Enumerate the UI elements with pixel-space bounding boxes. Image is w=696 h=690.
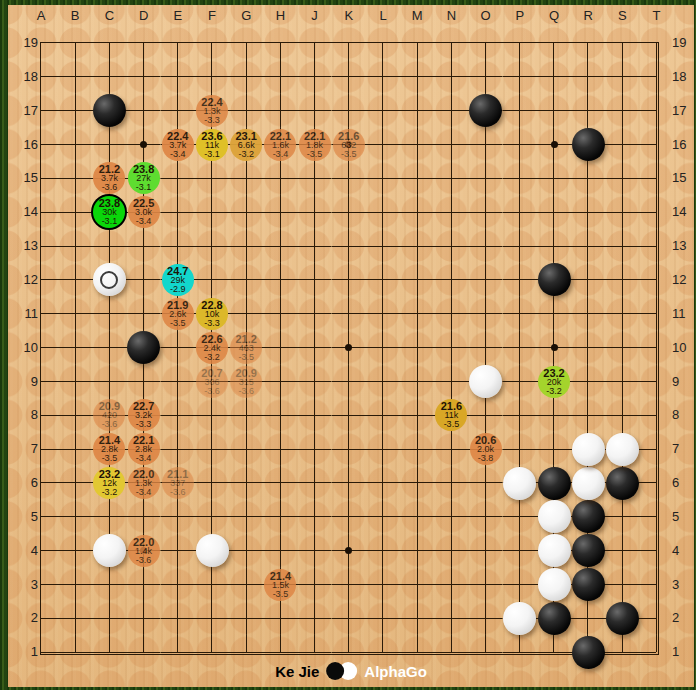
intersection-Q15[interactable] — [537, 161, 571, 195]
intersection-C9[interactable] — [92, 365, 126, 399]
analysis-move-D14[interactable]: 22.53.0k-3.4 — [128, 196, 160, 228]
intersection-H10[interactable] — [263, 331, 297, 365]
intersection-M2[interactable] — [400, 601, 434, 635]
intersection-C11[interactable] — [92, 297, 126, 331]
intersection-F19[interactable] — [195, 26, 229, 60]
intersection-L18[interactable] — [366, 60, 400, 94]
intersection-D19[interactable] — [126, 26, 160, 60]
intersection-R15[interactable] — [571, 161, 605, 195]
intersection-K2[interactable] — [332, 601, 366, 635]
intersection-R2[interactable] — [571, 601, 605, 635]
intersection-E1[interactable] — [161, 635, 195, 669]
intersection-K6[interactable] — [332, 466, 366, 500]
intersection-J9[interactable] — [297, 365, 331, 399]
intersection-H11[interactable] — [263, 297, 297, 331]
intersection-T11[interactable] — [639, 297, 673, 331]
analysis-move-K16[interactable]: 21.6632-3.5 — [333, 129, 365, 161]
intersection-L8[interactable] — [366, 398, 400, 432]
intersection-J3[interactable] — [297, 568, 331, 602]
intersection-O18[interactable] — [468, 60, 502, 94]
intersection-N5[interactable] — [434, 500, 468, 534]
intersection-P1[interactable] — [503, 635, 537, 669]
intersection-E8[interactable] — [161, 398, 195, 432]
intersection-E18[interactable] — [161, 60, 195, 94]
intersection-Q14[interactable] — [537, 195, 571, 229]
intersection-M4[interactable] — [400, 534, 434, 568]
intersection-D5[interactable] — [126, 500, 160, 534]
intersection-P7[interactable] — [503, 432, 537, 466]
intersection-J10[interactable] — [297, 331, 331, 365]
intersection-J6[interactable] — [297, 466, 331, 500]
intersection-T19[interactable] — [639, 26, 673, 60]
intersection-M9[interactable] — [400, 365, 434, 399]
intersection-R19[interactable] — [571, 26, 605, 60]
intersection-S8[interactable] — [605, 398, 639, 432]
intersection-N9[interactable] — [434, 365, 468, 399]
intersection-M19[interactable] — [400, 26, 434, 60]
intersection-K7[interactable] — [332, 432, 366, 466]
intersection-J18[interactable] — [297, 60, 331, 94]
analysis-move-Q9[interactable]: 23.220k-3.2 — [538, 366, 570, 398]
intersection-Q13[interactable] — [537, 229, 571, 263]
intersection-T6[interactable] — [639, 466, 673, 500]
intersection-N16[interactable] — [434, 128, 468, 162]
intersection-G6[interactable] — [229, 466, 263, 500]
intersection-G3[interactable] — [229, 568, 263, 602]
intersection-G11[interactable] — [229, 297, 263, 331]
intersection-R11[interactable] — [571, 297, 605, 331]
intersection-B16[interactable] — [58, 128, 92, 162]
analysis-move-E16[interactable]: 22.43.7k-3.4 — [162, 129, 194, 161]
intersection-O5[interactable] — [468, 500, 502, 534]
intersection-N11[interactable] — [434, 297, 468, 331]
intersection-O13[interactable] — [468, 229, 502, 263]
intersection-G18[interactable] — [229, 60, 263, 94]
intersection-F13[interactable] — [195, 229, 229, 263]
intersection-P13[interactable] — [503, 229, 537, 263]
intersection-F12[interactable] — [195, 263, 229, 297]
intersection-F14[interactable] — [195, 195, 229, 229]
intersection-E5[interactable] — [161, 500, 195, 534]
intersection-T16[interactable] — [639, 128, 673, 162]
intersection-Q11[interactable] — [537, 297, 571, 331]
intersection-R8[interactable] — [571, 398, 605, 432]
intersection-T10[interactable] — [639, 331, 673, 365]
intersection-O14[interactable] — [468, 195, 502, 229]
intersection-L15[interactable] — [366, 161, 400, 195]
intersection-B9[interactable] — [58, 365, 92, 399]
intersection-T15[interactable] — [639, 161, 673, 195]
intersection-H14[interactable] — [263, 195, 297, 229]
intersection-P9[interactable] — [503, 365, 537, 399]
intersection-C1[interactable] — [92, 635, 126, 669]
analysis-move-F10[interactable]: 22.62.4k-3.2 — [196, 332, 228, 364]
intersection-P19[interactable] — [503, 26, 537, 60]
intersection-Q7[interactable] — [537, 432, 571, 466]
intersection-Q19[interactable] — [537, 26, 571, 60]
intersection-H8[interactable] — [263, 398, 297, 432]
intersection-T12[interactable] — [639, 263, 673, 297]
intersection-B13[interactable] — [58, 229, 92, 263]
intersection-C5[interactable] — [92, 500, 126, 534]
intersection-B2[interactable] — [58, 601, 92, 635]
intersection-L17[interactable] — [366, 94, 400, 128]
intersection-L12[interactable] — [366, 263, 400, 297]
intersection-K5[interactable] — [332, 500, 366, 534]
intersection-D9[interactable] — [126, 365, 160, 399]
intersection-E15[interactable] — [161, 161, 195, 195]
intersection-G17[interactable] — [229, 94, 263, 128]
intersection-M5[interactable] — [400, 500, 434, 534]
intersection-K18[interactable] — [332, 60, 366, 94]
intersection-O2[interactable] — [468, 601, 502, 635]
intersection-O16[interactable] — [468, 128, 502, 162]
intersection-H13[interactable] — [263, 229, 297, 263]
analysis-move-G9[interactable]: 20.9315-3.6 — [230, 366, 262, 398]
intersection-O10[interactable] — [468, 331, 502, 365]
intersection-M8[interactable] — [400, 398, 434, 432]
intersection-B5[interactable] — [58, 500, 92, 534]
intersection-J19[interactable] — [297, 26, 331, 60]
intersection-K9[interactable] — [332, 365, 366, 399]
intersection-H4[interactable] — [263, 534, 297, 568]
intersection-R10[interactable] — [571, 331, 605, 365]
intersection-K12[interactable] — [332, 263, 366, 297]
intersection-N6[interactable] — [434, 466, 468, 500]
intersection-D1[interactable] — [126, 635, 160, 669]
intersection-R13[interactable] — [571, 229, 605, 263]
intersection-Q1[interactable] — [537, 635, 571, 669]
intersection-K13[interactable] — [332, 229, 366, 263]
intersection-S14[interactable] — [605, 195, 639, 229]
intersection-K3[interactable] — [332, 568, 366, 602]
intersection-P8[interactable] — [503, 398, 537, 432]
intersection-B8[interactable] — [58, 398, 92, 432]
intersection-M12[interactable] — [400, 263, 434, 297]
intersection-O11[interactable] — [468, 297, 502, 331]
intersection-E4[interactable] — [161, 534, 195, 568]
intersection-S15[interactable] — [605, 161, 639, 195]
intersection-S19[interactable] — [605, 26, 639, 60]
intersection-P16[interactable] — [503, 128, 537, 162]
analysis-move-F16[interactable]: 23.611k-3.1 — [196, 129, 228, 161]
intersection-P12[interactable] — [503, 263, 537, 297]
intersection-J12[interactable] — [297, 263, 331, 297]
intersection-P11[interactable] — [503, 297, 537, 331]
intersection-N18[interactable] — [434, 60, 468, 94]
intersection-O19[interactable] — [468, 26, 502, 60]
intersection-L10[interactable] — [366, 331, 400, 365]
intersection-E9[interactable] — [161, 365, 195, 399]
analysis-move-D15[interactable]: 23.827k-3.1 — [128, 162, 160, 194]
intersection-L19[interactable] — [366, 26, 400, 60]
intersection-G8[interactable] — [229, 398, 263, 432]
intersection-M17[interactable] — [400, 94, 434, 128]
intersection-K17[interactable] — [332, 94, 366, 128]
intersection-E3[interactable] — [161, 568, 195, 602]
intersection-C18[interactable] — [92, 60, 126, 94]
intersection-G2[interactable] — [229, 601, 263, 635]
intersection-E17[interactable] — [161, 94, 195, 128]
intersection-P5[interactable] — [503, 500, 537, 534]
intersection-H6[interactable] — [263, 466, 297, 500]
intersection-E19[interactable] — [161, 26, 195, 60]
intersection-C16[interactable] — [92, 128, 126, 162]
intersection-J5[interactable] — [297, 500, 331, 534]
intersection-Q17[interactable] — [537, 94, 571, 128]
intersection-C2[interactable] — [92, 601, 126, 635]
analysis-move-F9[interactable]: 20.7306-3.6 — [196, 366, 228, 398]
intersection-G12[interactable] — [229, 263, 263, 297]
intersection-N19[interactable] — [434, 26, 468, 60]
intersection-B19[interactable] — [58, 26, 92, 60]
intersection-M3[interactable] — [400, 568, 434, 602]
intersection-D13[interactable] — [126, 229, 160, 263]
intersection-D3[interactable] — [126, 568, 160, 602]
intersection-F18[interactable] — [195, 60, 229, 94]
intersection-D2[interactable] — [126, 601, 160, 635]
intersection-K11[interactable] — [332, 297, 366, 331]
intersection-T18[interactable] — [639, 60, 673, 94]
intersection-E14[interactable] — [161, 195, 195, 229]
intersection-Q8[interactable] — [537, 398, 571, 432]
intersection-B18[interactable] — [58, 60, 92, 94]
analysis-move-E6[interactable]: 21.1337-3.6 — [162, 467, 194, 499]
intersection-K14[interactable] — [332, 195, 366, 229]
intersection-L6[interactable] — [366, 466, 400, 500]
intersection-S17[interactable] — [605, 94, 639, 128]
intersection-N4[interactable] — [434, 534, 468, 568]
intersection-R14[interactable] — [571, 195, 605, 229]
intersection-J13[interactable] — [297, 229, 331, 263]
intersection-K19[interactable] — [332, 26, 366, 60]
intersection-B4[interactable] — [58, 534, 92, 568]
intersection-T1[interactable] — [639, 635, 673, 669]
intersection-L3[interactable] — [366, 568, 400, 602]
intersection-P3[interactable] — [503, 568, 537, 602]
intersection-O12[interactable] — [468, 263, 502, 297]
intersection-S1[interactable] — [605, 635, 639, 669]
intersection-S18[interactable] — [605, 60, 639, 94]
intersection-R17[interactable] — [571, 94, 605, 128]
intersection-B6[interactable] — [58, 466, 92, 500]
intersection-P14[interactable] — [503, 195, 537, 229]
intersection-F2[interactable] — [195, 601, 229, 635]
intersection-N10[interactable] — [434, 331, 468, 365]
intersection-B1[interactable] — [58, 635, 92, 669]
analysis-move-D4[interactable]: 22.01.4k-3.6 — [128, 535, 160, 567]
intersection-N2[interactable] — [434, 601, 468, 635]
intersection-F5[interactable] — [195, 500, 229, 534]
intersection-M16[interactable] — [400, 128, 434, 162]
intersection-H5[interactable] — [263, 500, 297, 534]
intersection-L13[interactable] — [366, 229, 400, 263]
intersection-J7[interactable] — [297, 432, 331, 466]
intersection-P17[interactable] — [503, 94, 537, 128]
intersection-B3[interactable] — [58, 568, 92, 602]
intersection-N17[interactable] — [434, 94, 468, 128]
intersection-T8[interactable] — [639, 398, 673, 432]
intersection-G4[interactable] — [229, 534, 263, 568]
intersection-T4[interactable] — [639, 534, 673, 568]
intersection-F7[interactable] — [195, 432, 229, 466]
intersection-S13[interactable] — [605, 229, 639, 263]
intersection-N12[interactable] — [434, 263, 468, 297]
analysis-move-D7[interactable]: 22.12.8k-3.4 — [128, 433, 160, 465]
intersection-O4[interactable] — [468, 534, 502, 568]
intersection-O3[interactable] — [468, 568, 502, 602]
intersection-L14[interactable] — [366, 195, 400, 229]
intersection-H15[interactable] — [263, 161, 297, 195]
intersection-M6[interactable] — [400, 466, 434, 500]
intersection-S4[interactable] — [605, 534, 639, 568]
intersection-T2[interactable] — [639, 601, 673, 635]
intersection-L7[interactable] — [366, 432, 400, 466]
intersection-P18[interactable] — [503, 60, 537, 94]
intersection-O8[interactable] — [468, 398, 502, 432]
intersection-F1[interactable] — [195, 635, 229, 669]
intersection-S11[interactable] — [605, 297, 639, 331]
intersection-C13[interactable] — [92, 229, 126, 263]
intersection-E7[interactable] — [161, 432, 195, 466]
intersection-S16[interactable] — [605, 128, 639, 162]
intersection-T13[interactable] — [639, 229, 673, 263]
intersection-C10[interactable] — [92, 331, 126, 365]
intersection-T17[interactable] — [639, 94, 673, 128]
intersection-G7[interactable] — [229, 432, 263, 466]
intersection-H9[interactable] — [263, 365, 297, 399]
intersection-J17[interactable] — [297, 94, 331, 128]
intersection-D17[interactable] — [126, 94, 160, 128]
intersection-J11[interactable] — [297, 297, 331, 331]
intersection-M18[interactable] — [400, 60, 434, 94]
analysis-move-G10[interactable]: 21.2463-3.5 — [230, 332, 262, 364]
intersection-G1[interactable] — [229, 635, 263, 669]
intersection-L5[interactable] — [366, 500, 400, 534]
analysis-move-H16[interactable]: 22.11.6k-3.4 — [264, 129, 296, 161]
intersection-N1[interactable] — [434, 635, 468, 669]
intersection-C3[interactable] — [92, 568, 126, 602]
intersection-N15[interactable] — [434, 161, 468, 195]
intersection-J8[interactable] — [297, 398, 331, 432]
analysis-move-J16[interactable]: 22.11.8k-3.5 — [299, 129, 331, 161]
analysis-move-E11[interactable]: 21.92.6k-3.5 — [162, 298, 194, 330]
intersection-Q18[interactable] — [537, 60, 571, 94]
intersection-S10[interactable] — [605, 331, 639, 365]
intersection-J14[interactable] — [297, 195, 331, 229]
intersection-T14[interactable] — [639, 195, 673, 229]
intersection-S3[interactable] — [605, 568, 639, 602]
analysis-move-D6[interactable]: 22.01.3k-3.4 — [128, 467, 160, 499]
intersection-H12[interactable] — [263, 263, 297, 297]
intersection-F6[interactable] — [195, 466, 229, 500]
intersection-T3[interactable] — [639, 568, 673, 602]
intersection-N14[interactable] — [434, 195, 468, 229]
intersection-H7[interactable] — [263, 432, 297, 466]
analysis-move-G16[interactable]: 23.16.6k-3.2 — [230, 129, 262, 161]
intersection-G13[interactable] — [229, 229, 263, 263]
intersection-J4[interactable] — [297, 534, 331, 568]
intersection-L2[interactable] — [366, 601, 400, 635]
intersection-M10[interactable] — [400, 331, 434, 365]
intersection-H19[interactable] — [263, 26, 297, 60]
analysis-move-H3[interactable]: 21.41.5k-3.5 — [264, 569, 296, 601]
intersection-M7[interactable] — [400, 432, 434, 466]
intersection-T7[interactable] — [639, 432, 673, 466]
intersection-S9[interactable] — [605, 365, 639, 399]
analysis-move-D8[interactable]: 22.73.2k-3.3 — [128, 399, 160, 431]
intersection-G14[interactable] — [229, 195, 263, 229]
intersection-B17[interactable] — [58, 94, 92, 128]
intersection-T5[interactable] — [639, 500, 673, 534]
intersection-O1[interactable] — [468, 635, 502, 669]
intersection-B15[interactable] — [58, 161, 92, 195]
intersection-P4[interactable] — [503, 534, 537, 568]
intersection-D12[interactable] — [126, 263, 160, 297]
intersection-G15[interactable] — [229, 161, 263, 195]
intersection-D11[interactable] — [126, 297, 160, 331]
intersection-N13[interactable] — [434, 229, 468, 263]
intersection-N7[interactable] — [434, 432, 468, 466]
intersection-E2[interactable] — [161, 601, 195, 635]
intersection-L11[interactable] — [366, 297, 400, 331]
intersection-H18[interactable] — [263, 60, 297, 94]
intersection-O6[interactable] — [468, 466, 502, 500]
intersection-D18[interactable] — [126, 60, 160, 94]
intersection-C19[interactable] — [92, 26, 126, 60]
intersection-F8[interactable] — [195, 398, 229, 432]
intersection-M13[interactable] — [400, 229, 434, 263]
intersection-R9[interactable] — [571, 365, 605, 399]
intersection-L4[interactable] — [366, 534, 400, 568]
analysis-move-F17[interactable]: 22.41.3k-3.3 — [196, 95, 228, 127]
intersection-G5[interactable] — [229, 500, 263, 534]
intersection-G19[interactable] — [229, 26, 263, 60]
intersection-B12[interactable] — [58, 263, 92, 297]
intersection-K15[interactable] — [332, 161, 366, 195]
intersection-F15[interactable] — [195, 161, 229, 195]
intersection-J2[interactable] — [297, 601, 331, 635]
intersection-B11[interactable] — [58, 297, 92, 331]
intersection-F3[interactable] — [195, 568, 229, 602]
intersection-M14[interactable] — [400, 195, 434, 229]
intersection-T9[interactable] — [639, 365, 673, 399]
intersection-E10[interactable] — [161, 331, 195, 365]
analysis-move-O7[interactable]: 20.62.0k-3.8 — [470, 433, 502, 465]
intersection-R18[interactable] — [571, 60, 605, 94]
intersection-R12[interactable] — [571, 263, 605, 297]
intersection-H17[interactable] — [263, 94, 297, 128]
intersection-E13[interactable] — [161, 229, 195, 263]
intersection-O15[interactable] — [468, 161, 502, 195]
intersection-K8[interactable] — [332, 398, 366, 432]
analysis-move-E12[interactable]: 24.729k-2.9 — [162, 264, 194, 296]
intersection-B14[interactable] — [58, 195, 92, 229]
intersection-J15[interactable] — [297, 161, 331, 195]
intersection-S5[interactable] — [605, 500, 639, 534]
intersection-H2[interactable] — [263, 601, 297, 635]
intersection-S12[interactable] — [605, 263, 639, 297]
intersection-M11[interactable] — [400, 297, 434, 331]
intersection-L16[interactable] — [366, 128, 400, 162]
intersection-M15[interactable] — [400, 161, 434, 195]
intersection-B7[interactable] — [58, 432, 92, 466]
intersection-P10[interactable] — [503, 331, 537, 365]
intersection-B10[interactable] — [58, 331, 92, 365]
intersection-N3[interactable] — [434, 568, 468, 602]
intersection-P15[interactable] — [503, 161, 537, 195]
analysis-move-F11[interactable]: 22.810k-3.3 — [196, 298, 228, 330]
